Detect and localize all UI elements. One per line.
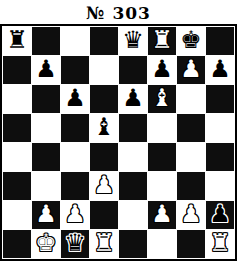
- black-queen-e8: ♛: [122, 28, 144, 52]
- square-h5[interactable]: [206, 114, 234, 142]
- square-h7[interactable]: ♟: [206, 56, 234, 84]
- square-a3[interactable]: [3, 172, 31, 200]
- square-c3[interactable]: [61, 172, 89, 200]
- black-pawn-f7: ♟: [151, 57, 173, 81]
- square-b8[interactable]: [32, 27, 60, 55]
- white-pawn-f2: ♟: [151, 202, 173, 226]
- square-c8[interactable]: [61, 27, 89, 55]
- square-e5[interactable]: [119, 114, 147, 142]
- square-a2[interactable]: [3, 201, 31, 229]
- white-pawn-c2: ♟: [64, 202, 86, 226]
- square-c4[interactable]: [61, 143, 89, 171]
- square-h3[interactable]: [206, 172, 234, 200]
- square-e2[interactable]: [119, 201, 147, 229]
- square-d4[interactable]: [90, 143, 118, 171]
- black-pawn-h7: ♟: [209, 57, 231, 81]
- square-h8[interactable]: [206, 27, 234, 55]
- square-f6[interactable]: ♝: [148, 85, 176, 113]
- black-queen-c1: ♛: [64, 231, 86, 255]
- white-pawn-d3: ♟: [93, 173, 115, 197]
- square-h1[interactable]: ♜: [206, 230, 234, 258]
- square-d2[interactable]: [90, 201, 118, 229]
- square-b4[interactable]: [32, 143, 60, 171]
- square-f7[interactable]: ♟: [148, 56, 176, 84]
- square-g3[interactable]: [177, 172, 205, 200]
- chess-board: ♜♛♜♚♟♟♟♟♟♟♝♝♟♟♟♟♟♟♚♛♜♜: [0, 24, 237, 261]
- square-d1[interactable]: ♜: [90, 230, 118, 258]
- black-king-g8: ♚: [180, 28, 202, 52]
- white-rook-d1: ♜: [93, 231, 115, 255]
- white-pawn-b2: ♟: [35, 202, 57, 226]
- square-g1[interactable]: [177, 230, 205, 258]
- white-rook-f8: ♜: [151, 28, 173, 52]
- square-c5[interactable]: [61, 114, 89, 142]
- square-d7[interactable]: [90, 56, 118, 84]
- black-pawn-c6: ♟: [64, 86, 86, 110]
- square-c1[interactable]: ♛: [61, 230, 89, 258]
- square-c2[interactable]: ♟: [61, 201, 89, 229]
- square-e1[interactable]: [119, 230, 147, 258]
- white-rook-h1: ♜: [209, 231, 231, 255]
- square-a5[interactable]: [3, 114, 31, 142]
- square-g2[interactable]: ♟: [177, 201, 205, 229]
- black-pawn-e6: ♟: [122, 86, 144, 110]
- square-a1[interactable]: [3, 230, 31, 258]
- square-g5[interactable]: [177, 114, 205, 142]
- white-king-b1: ♚: [35, 231, 57, 255]
- square-a6[interactable]: [3, 85, 31, 113]
- square-f2[interactable]: ♟: [148, 201, 176, 229]
- white-pawn-g2: ♟: [180, 202, 202, 226]
- diagram-title: № 303: [0, 0, 237, 24]
- square-f1[interactable]: [148, 230, 176, 258]
- square-g7[interactable]: ♟: [177, 56, 205, 84]
- square-f8[interactable]: ♜: [148, 27, 176, 55]
- square-g4[interactable]: [177, 143, 205, 171]
- square-d6[interactable]: [90, 85, 118, 113]
- square-g6[interactable]: [177, 85, 205, 113]
- square-a8[interactable]: ♜: [3, 27, 31, 55]
- square-b7[interactable]: ♟: [32, 56, 60, 84]
- square-h6[interactable]: [206, 85, 234, 113]
- square-d5[interactable]: ♝: [90, 114, 118, 142]
- square-h2[interactable]: ♟: [206, 201, 234, 229]
- square-e6[interactable]: ♟: [119, 85, 147, 113]
- square-g8[interactable]: ♚: [177, 27, 205, 55]
- square-b3[interactable]: [32, 172, 60, 200]
- square-h4[interactable]: [206, 143, 234, 171]
- square-f3[interactable]: [148, 172, 176, 200]
- square-e3[interactable]: [119, 172, 147, 200]
- white-pawn-g7: ♟: [180, 57, 202, 81]
- square-f5[interactable]: [148, 114, 176, 142]
- square-d8[interactable]: [90, 27, 118, 55]
- square-d3[interactable]: ♟: [90, 172, 118, 200]
- square-e8[interactable]: ♛: [119, 27, 147, 55]
- square-c7[interactable]: [61, 56, 89, 84]
- square-e7[interactable]: [119, 56, 147, 84]
- square-b2[interactable]: ♟: [32, 201, 60, 229]
- black-rook-a8: ♜: [6, 28, 28, 52]
- square-b1[interactable]: ♚: [32, 230, 60, 258]
- black-pawn-b7: ♟: [35, 57, 57, 81]
- square-b6[interactable]: [32, 85, 60, 113]
- square-c6[interactable]: ♟: [61, 85, 89, 113]
- square-e4[interactable]: [119, 143, 147, 171]
- black-pawn-h2: ♟: [209, 202, 231, 226]
- square-a7[interactable]: [3, 56, 31, 84]
- white-bishop-f6: ♝: [151, 86, 173, 110]
- square-b5[interactable]: [32, 114, 60, 142]
- square-a4[interactable]: [3, 143, 31, 171]
- black-bishop-d5: ♝: [93, 115, 115, 139]
- square-f4[interactable]: [148, 143, 176, 171]
